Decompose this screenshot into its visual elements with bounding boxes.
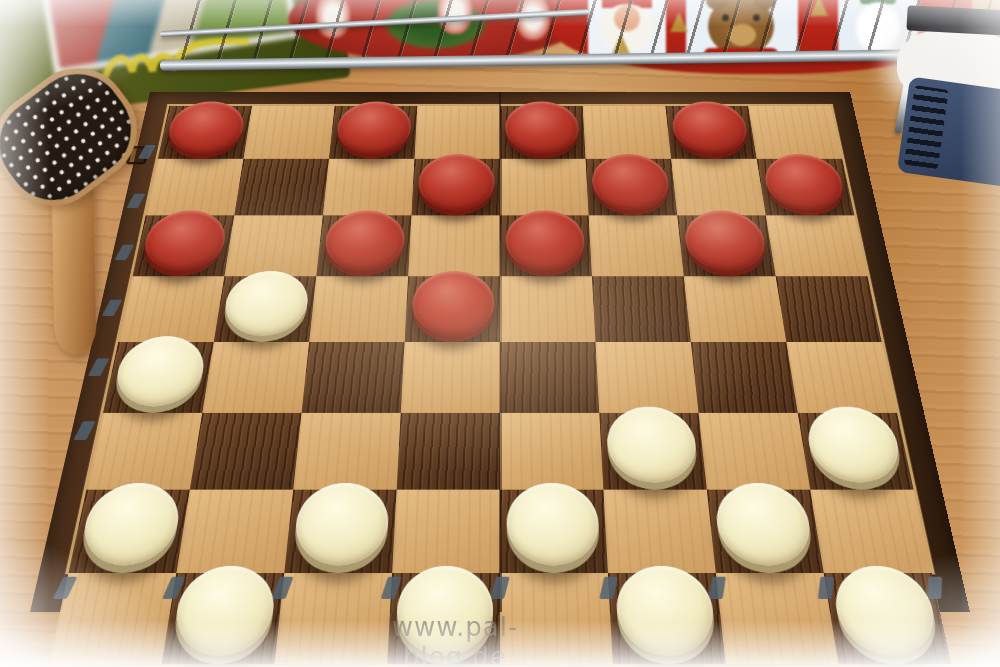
square-f5[interactable] <box>592 276 691 342</box>
square-e2[interactable] <box>500 490 608 573</box>
square-e4[interactable] <box>500 342 599 413</box>
bear-eye <box>753 14 760 21</box>
red-piece-f7[interactable] <box>591 154 671 210</box>
square-h8 <box>748 106 842 159</box>
square-g7 <box>671 159 766 216</box>
red-piece-a8[interactable] <box>164 102 247 155</box>
white-piece-b1[interactable] <box>170 566 278 656</box>
red-piece-g6[interactable] <box>682 211 769 272</box>
square-b5[interactable] <box>214 276 317 342</box>
white-piece-f1[interactable] <box>614 566 717 656</box>
square-a3 <box>86 413 202 490</box>
square-h7[interactable] <box>757 159 855 216</box>
square-d3[interactable] <box>397 413 500 490</box>
square-c8[interactable] <box>329 106 417 159</box>
square-g3 <box>698 413 810 490</box>
square-d8 <box>414 106 500 159</box>
red-piece-d5[interactable] <box>411 271 494 336</box>
square-c7 <box>323 159 415 216</box>
frame-inlay <box>818 577 834 599</box>
teddy-bear-panel <box>686 0 798 60</box>
watermark: www.pal-blog.de <box>340 612 570 667</box>
square-f2 <box>603 490 715 573</box>
square-c5 <box>309 276 408 342</box>
checkers-board <box>30 92 970 612</box>
bear-eye <box>722 14 729 21</box>
square-f8 <box>583 106 671 159</box>
frame-inlay <box>927 577 942 599</box>
red-piece-e6[interactable] <box>506 211 586 272</box>
square-f3[interactable] <box>599 413 707 490</box>
square-g2[interactable] <box>707 490 824 573</box>
square-d6 <box>408 215 500 276</box>
board-perspective-scene <box>10 60 990 630</box>
snowman-body <box>854 2 902 54</box>
square-a8[interactable] <box>158 106 252 159</box>
santa-figure <box>438 0 472 34</box>
square-c3 <box>293 413 401 490</box>
board-fold-seam <box>499 92 502 612</box>
square-f6 <box>589 215 684 276</box>
white-piece-h3[interactable] <box>803 407 906 483</box>
white-piece-e2[interactable] <box>507 483 601 566</box>
white-piece-a4[interactable] <box>111 336 209 406</box>
frame-inlay <box>88 358 110 376</box>
square-e6[interactable] <box>500 215 592 276</box>
white-piece-b5[interactable] <box>221 271 311 336</box>
square-b3[interactable] <box>190 413 302 490</box>
red-piece-c6[interactable] <box>323 211 406 272</box>
square-e3 <box>500 413 603 490</box>
red-piece-g8[interactable] <box>670 102 750 155</box>
bear-muzzle <box>728 24 756 46</box>
square-h2 <box>810 490 931 573</box>
square-c4[interactable] <box>302 342 405 413</box>
white-piece-f3[interactable] <box>605 407 699 483</box>
square-d4 <box>401 342 500 413</box>
square-c6[interactable] <box>316 215 411 276</box>
square-e8[interactable] <box>500 106 586 159</box>
bear-ear <box>706 0 728 10</box>
square-a4[interactable] <box>103 342 214 413</box>
square-f4 <box>595 342 698 413</box>
bear-ear <box>754 0 776 10</box>
square-e7 <box>500 159 589 216</box>
square-b2 <box>176 490 293 573</box>
red-piece-c8[interactable] <box>335 102 412 155</box>
square-e5 <box>500 276 595 342</box>
square-b7[interactable] <box>234 159 329 216</box>
frame-inlay <box>73 421 95 440</box>
square-h5[interactable] <box>776 276 882 342</box>
square-g6[interactable] <box>677 215 775 276</box>
square-g4[interactable] <box>691 342 798 413</box>
red-piece-e8[interactable] <box>505 102 580 155</box>
gold-tree-decoration <box>670 12 688 32</box>
square-d2 <box>392 490 500 573</box>
square-f1[interactable] <box>608 573 726 664</box>
wreath-decoration <box>383 0 488 50</box>
square-c2[interactable] <box>284 490 396 573</box>
gold-tree-decoration <box>612 34 630 54</box>
square-d7[interactable] <box>411 159 500 216</box>
square-b4 <box>202 342 309 413</box>
red-piece-h7[interactable] <box>761 154 847 210</box>
square-b8 <box>243 106 334 159</box>
red-piece-d7[interactable] <box>417 154 494 210</box>
white-piece-c2[interactable] <box>292 483 391 566</box>
square-h4 <box>786 342 897 413</box>
square-g8[interactable] <box>665 106 756 159</box>
santa-figure <box>316 0 350 38</box>
square-d5[interactable] <box>405 276 500 342</box>
square-h6 <box>766 215 868 276</box>
square-a2[interactable] <box>68 490 189 573</box>
square-b6 <box>224 215 322 276</box>
square-g5 <box>684 276 787 342</box>
gold-tree-decoration <box>810 0 828 16</box>
square-h3[interactable] <box>798 413 914 490</box>
white-piece-a2[interactable] <box>77 483 185 566</box>
square-f7[interactable] <box>586 159 678 216</box>
photo-scene: www.pal-blog.de <box>0 0 1000 667</box>
santa-figure <box>516 0 550 40</box>
white-piece-g2[interactable] <box>713 483 816 566</box>
white-piece-h1[interactable] <box>829 566 942 656</box>
